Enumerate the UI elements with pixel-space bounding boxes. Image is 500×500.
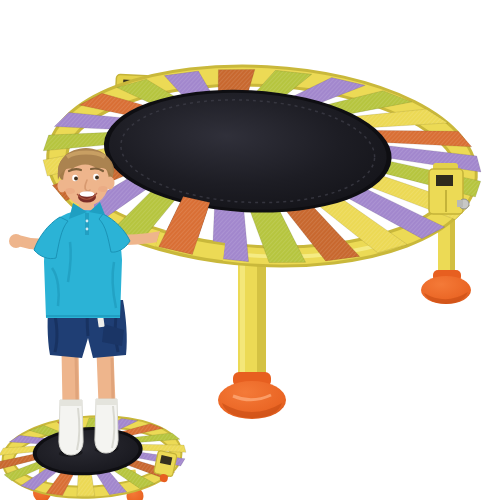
right-clamp [429,163,469,214]
boy-right-leg-shade [112,358,113,402]
clamp-screw-stem [457,200,463,207]
shirt-button-2 [86,228,89,231]
shirt-button-1 [86,220,89,223]
trampoline-scene [0,0,500,500]
teeth [80,191,95,197]
left-sock-cuff [60,400,82,406]
right-sock-cuff [96,399,117,405]
shirt-placket [85,213,89,235]
left-eye [74,177,78,181]
left-cheek [65,188,75,194]
boy-left-leg-shade [76,356,77,402]
right-eye [95,176,99,180]
right-clamp-slot [436,175,453,186]
front-leg-highlight [240,250,245,382]
boy-right-fist [9,234,23,248]
boy-left-leg [70,350,71,406]
boy-shirt [34,210,130,318]
product-photo [0,0,500,500]
boy-right-leg [105,352,107,404]
right-cheek [98,186,108,192]
front-leg-shade [257,250,266,382]
